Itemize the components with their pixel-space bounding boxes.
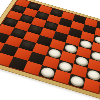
- white-checker[interactable]: ⛀: [69, 74, 84, 87]
- scene: ⛂⛂⛂⛂⛂⛂⛀⛂⛂⛀⛂⛀⛀⛂⛀⛀⛀⛀⛀⛀: [0, 0, 100, 100]
- board-squares: ⛂⛂⛂⛂⛂⛂⛀⛂⛂⛀⛂⛀⛀⛂⛀⛀⛀⛀⛀⛀: [0, 0, 100, 93]
- checkers-board: ⛂⛂⛂⛂⛂⛂⛀⛂⛂⛀⛂⛀⛀⛂⛀⛀⛀⛀⛀⛀: [0, 0, 100, 100]
